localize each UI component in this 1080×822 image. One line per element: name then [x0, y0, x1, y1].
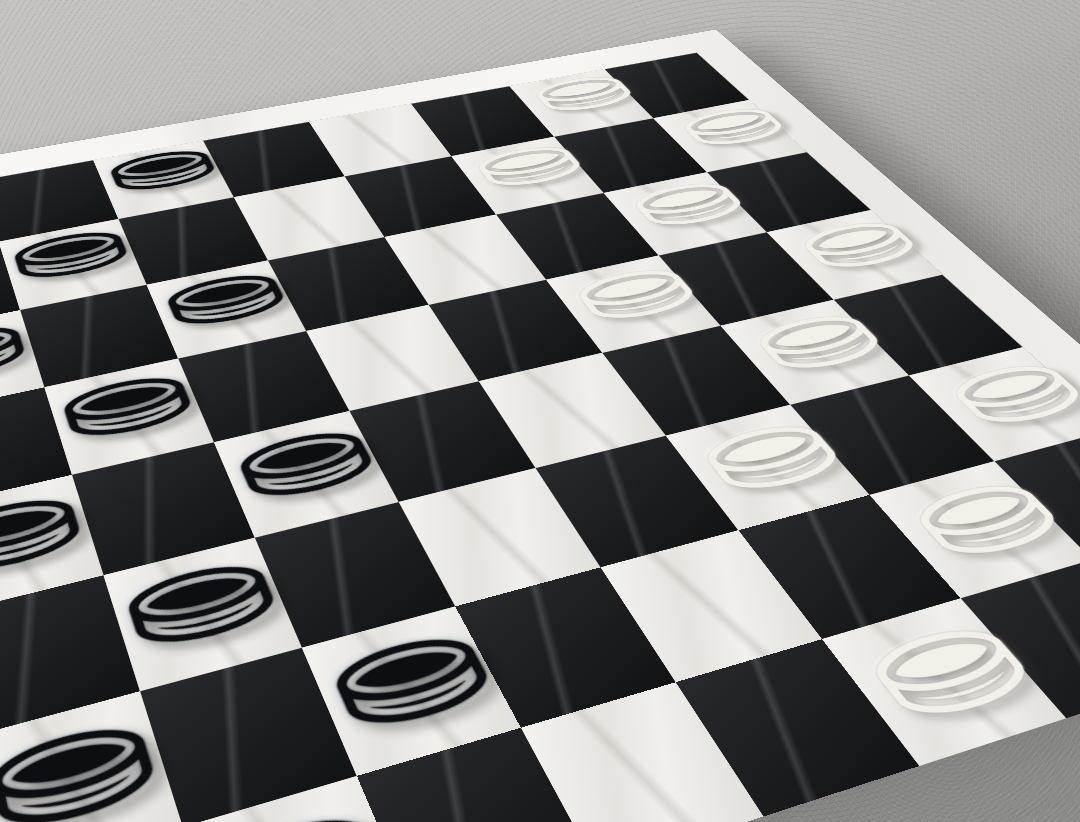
photo-scene: ⛂⛂⛂⛂⛂⛂⛂⛂⛂⛂⛂⛂⛂⛂⛂⛂⛂⛂⛂⛂⛂⛂⛂⛂: [0, 0, 1080, 822]
board-scene: ⛂⛂⛂⛂⛂⛂⛂⛂⛂⛂⛂⛂⛂⛂⛂⛂⛂⛂⛂⛂⛂⛂⛂⛂: [0, 0, 1080, 822]
black-man-a4[interactable]: ⛂: [0, 462, 97, 599]
square-b7[interactable]: ⛂: [0, 219, 147, 310]
board-grid: ⛂⛂⛂⛂⛂⛂⛂⛂⛂⛂⛂⛂⛂⛂⛂⛂⛂⛂⛂⛂⛂⛂⛂⛂: [0, 53, 1080, 822]
white-man-g4[interactable]: ⛂: [725, 287, 908, 390]
black-man-c2[interactable]: ⛂: [305, 593, 517, 760]
checkers-board: ⛂⛂⛂⛂⛂⛂⛂⛂⛂⛂⛂⛂⛂⛂⛂⛂⛂⛂⛂⛂⛂⛂⛂⛂: [0, 30, 1080, 822]
white-man-f5[interactable]: ⛂: [549, 243, 718, 338]
white-man-h3[interactable]: ⛂: [914, 335, 1080, 447]
board-marble-frame: ⛂⛂⛂⛂⛂⛂⛂⛂⛂⛂⛂⛂⛂⛂⛂⛂⛂⛂⛂⛂⛂⛂⛂⛂: [0, 30, 1080, 822]
